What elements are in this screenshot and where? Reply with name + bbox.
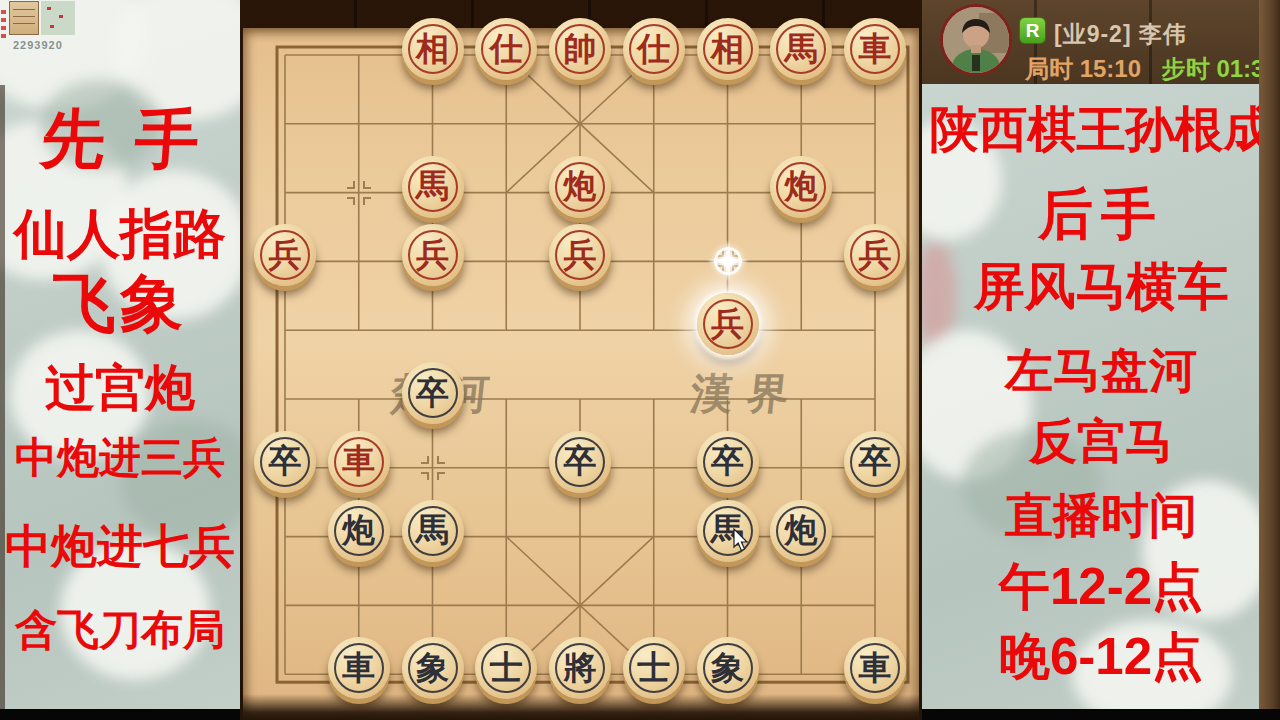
piece-red-仕-f3r0[interactable]: 仕 (475, 18, 537, 80)
letterbox-strip (922, 709, 1280, 720)
left-line-opening-2: 飞象 (0, 270, 240, 336)
avatar (940, 4, 1012, 76)
piece-red-車-f1r6[interactable]: 車 (328, 431, 390, 493)
piece-red-仕-f5r0[interactable]: 仕 (623, 18, 685, 80)
player-name: [业9-2] 李伟 (1054, 19, 1187, 50)
piece-black-卒-f6r6[interactable]: 卒 (697, 431, 759, 493)
piece-black-士-f5r9[interactable]: 士 (623, 637, 685, 699)
xiangqi-board[interactable]: 楚河 漢界 (243, 28, 919, 720)
piece-red-相-f6r0[interactable]: 相 (697, 18, 759, 80)
rank-badge: R (1019, 17, 1046, 44)
corner-thumbnail-detail (41, 1, 75, 35)
piece-black-馬-f2r7[interactable]: 馬 (402, 500, 464, 562)
right-line-houshou: 后手 (922, 186, 1280, 244)
piece-red-炮-f4r2[interactable]: 炮 (549, 156, 611, 218)
right-line-opening-3: 反宫马 (922, 417, 1280, 467)
piece-black-車-f8r9[interactable]: 車 (844, 637, 906, 699)
last-move-sparkle (710, 243, 746, 279)
piece-red-炮-f7r2[interactable]: 炮 (770, 156, 832, 218)
game-time: 局时 15:10 (1025, 55, 1141, 82)
right-text-panel: R [业9-2] 李伟 局时 15:10 步时 01:30 陕西棋王孙根成 后手… (922, 0, 1280, 720)
edge-red-marks (1, 6, 9, 42)
piece-black-象-f6r9[interactable]: 象 (697, 637, 759, 699)
right-line-opening-1: 屏风马横车 (922, 260, 1280, 314)
right-line-time-night: 晚6-12点 (922, 630, 1280, 684)
left-edge-shadow (0, 85, 5, 710)
left-line-opening-1: 仙人指路 (0, 206, 240, 262)
left-line-opening-4: 中炮进三兵 (0, 436, 240, 480)
piece-red-馬-f2r2[interactable]: 馬 (402, 156, 464, 218)
time-row: 局时 15:10 步时 01:30 (1025, 53, 1278, 85)
piece-black-士-f3r9[interactable]: 士 (475, 637, 537, 699)
piece-red-兵-f4r3[interactable]: 兵 (549, 224, 611, 286)
left-line-opening-6: 含飞刀布局 (0, 608, 240, 652)
left-line-opening-5: 中炮进七兵 (0, 522, 240, 570)
piece-black-卒-f2r5[interactable]: 卒 (402, 362, 464, 424)
right-line-time-noon: 午12-2点 (922, 560, 1280, 614)
piece-black-卒-f4r6[interactable]: 卒 (549, 431, 611, 493)
right-edge-wood (1259, 0, 1280, 720)
piece-black-車-f1r9[interactable]: 車 (328, 637, 390, 699)
piece-black-將-f4r9[interactable]: 將 (549, 637, 611, 699)
piece-black-象-f2r9[interactable]: 象 (402, 637, 464, 699)
piece-black-炮-f1r7[interactable]: 炮 (328, 500, 390, 562)
piece-red-兵-f2r3[interactable]: 兵 (402, 224, 464, 286)
point-marker (347, 181, 371, 205)
left-text-panel: 2293920 先手 仙人指路 飞象 过宫炮 中炮进三兵 中炮进七兵 含飞刀布局 (0, 0, 240, 720)
piece-red-兵-f6r4[interactable]: 兵 (697, 293, 759, 355)
piece-red-車-f8r0[interactable]: 車 (844, 18, 906, 80)
piece-red-兵-f0r3[interactable]: 兵 (254, 224, 316, 286)
piece-black-炮-f7r7[interactable]: 炮 (770, 500, 832, 562)
piece-black-卒-f0r6[interactable]: 卒 (254, 431, 316, 493)
piece-red-馬-f7r0[interactable]: 馬 (770, 18, 832, 80)
piece-black-卒-f8r6[interactable]: 卒 (844, 431, 906, 493)
stream-screenshot: 2293920 先手 仙人指路 飞象 过宫炮 中炮进三兵 中炮进七兵 含飞刀布局… (0, 0, 1280, 720)
piece-red-兵-f8r3[interactable]: 兵 (844, 224, 906, 286)
right-line-schedule: 直播时间 (922, 491, 1280, 541)
point-marker (421, 456, 445, 480)
right-line-opponent: 陕西棋王孙根成 (922, 104, 1280, 155)
right-line-opening-2: 左马盘河 (922, 346, 1280, 396)
piece-red-帥-f4r0[interactable]: 帥 (549, 18, 611, 80)
left-line-opening-3: 过宫炮 (0, 362, 240, 415)
watermark-id: 2293920 (13, 39, 63, 51)
corner-thumbnail (9, 1, 39, 35)
board-column: 楚河 漢界 相仕帥仕相馬車馬炮炮兵兵兵兵兵車卒卒卒卒卒炮馬馬炮車象士將士象車 (240, 0, 922, 720)
avatar-photo (943, 7, 1009, 73)
piece-red-相-f2r0[interactable]: 相 (402, 18, 464, 80)
left-line-xianshou: 先手 (0, 106, 240, 173)
mouse-cursor (733, 528, 750, 552)
river-label-right: 漢界 (688, 366, 806, 422)
board-grid (243, 28, 919, 720)
player-info-bar: R [业9-2] 李伟 局时 15:10 步时 01:30 (922, 0, 1280, 84)
letterbox-strip (0, 709, 240, 720)
